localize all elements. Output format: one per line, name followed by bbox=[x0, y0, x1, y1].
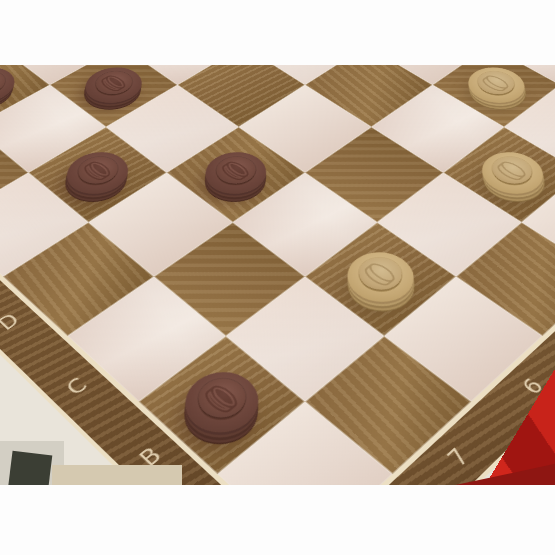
draughts-man-icon: ⛂ bbox=[212, 153, 261, 186]
draughts-man-icon: ⛀ bbox=[488, 153, 536, 186]
floor bbox=[52, 465, 182, 485]
letterbox-top bbox=[0, 0, 555, 65]
draughts-man-icon: ⛂ bbox=[0, 68, 10, 96]
draughts-man-icon: ⛂ bbox=[74, 153, 123, 186]
draughts-man-icon: ⛂ bbox=[92, 68, 137, 96]
draughts-man-icon: ⛀ bbox=[354, 253, 407, 293]
photo-band: ⛀⛀⛂⛂⛀⛂⛂⛂ HGFEDCBA 12345678 bbox=[0, 65, 555, 485]
piece-light-man-B6[interactable]: ⛀ bbox=[333, 242, 426, 312]
piece-light-man-C3[interactable]: ⛀ bbox=[456, 65, 535, 110]
draughts-man-icon: ⛀ bbox=[474, 68, 518, 96]
draughts-man-icon: ⛂ bbox=[193, 374, 251, 422]
piece-dark-man-B8[interactable]: ⛂ bbox=[170, 360, 273, 445]
piece-dark-man-D6[interactable]: ⛂ bbox=[193, 144, 279, 203]
piece-dark-man-E7[interactable]: ⛂ bbox=[54, 144, 140, 203]
border-letter-label-D: D bbox=[0, 311, 23, 334]
checkers-board: ⛀⛀⛂⛂⛀⛂⛂⛂ HGFEDCBA 12345678 bbox=[0, 65, 555, 485]
piece-dark-man-F6[interactable]: ⛂ bbox=[74, 65, 153, 110]
letterbox-bottom bbox=[0, 485, 555, 555]
border-number-label-7: 7 bbox=[443, 445, 473, 471]
photo-of-checkers-board: ⛀⛀⛂⛂⛀⛂⛂⛂ HGFEDCBA 12345678 bbox=[0, 0, 555, 555]
border-letter-label-C: C bbox=[62, 375, 90, 399]
table-leg bbox=[8, 451, 53, 485]
piece-light-man-B4[interactable]: ⛀ bbox=[469, 144, 555, 203]
